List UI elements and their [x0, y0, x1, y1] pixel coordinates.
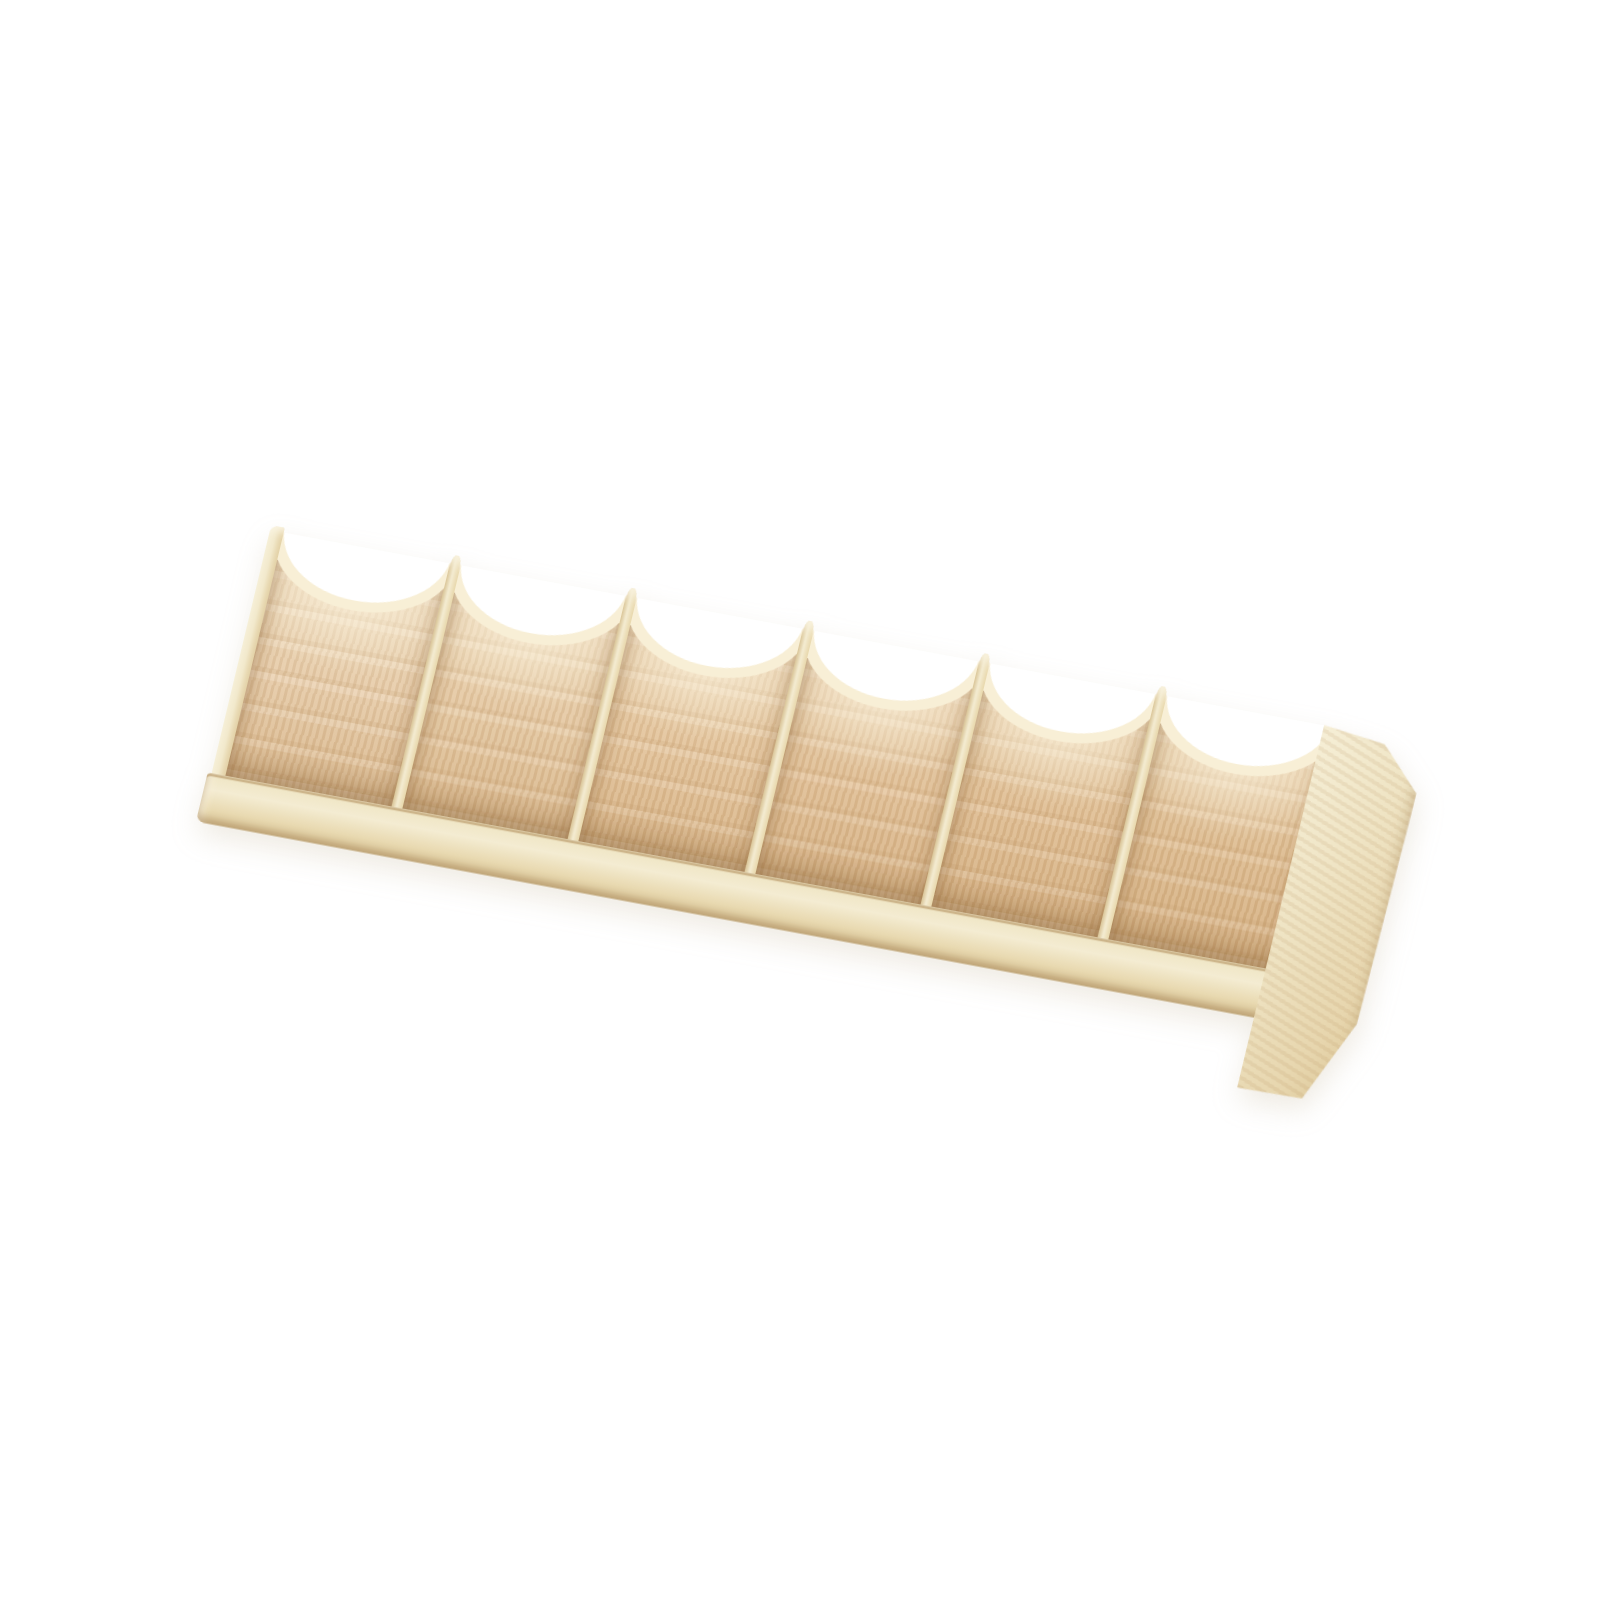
chip-tray [200, 530, 1332, 1019]
product-photo-scene [0, 0, 1600, 1600]
